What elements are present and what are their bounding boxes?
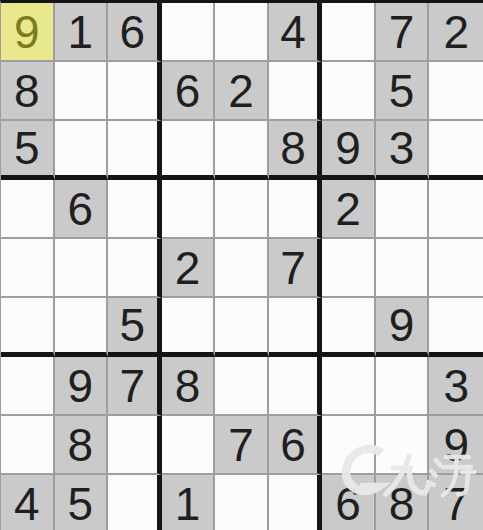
cell-r5c2[interactable]	[55, 239, 109, 298]
cell-r9c3[interactable]	[108, 475, 162, 530]
cell-r6c9[interactable]	[429, 298, 483, 357]
cell-r3c5[interactable]	[215, 121, 269, 180]
cell-r1c8[interactable]: 7	[376, 3, 430, 62]
cell-r3c6[interactable]: 8	[269, 121, 323, 180]
cell-r7c4[interactable]: 8	[162, 357, 216, 416]
cell-r2c2[interactable]	[55, 62, 109, 121]
cell-r7c8[interactable]	[376, 357, 430, 416]
cell-r7c5[interactable]	[215, 357, 269, 416]
cell-r2c3[interactable]	[108, 62, 162, 121]
cell-r9c6[interactable]	[269, 475, 323, 530]
cell-r2c4[interactable]: 6	[162, 62, 216, 121]
cell-r7c6[interactable]	[269, 357, 323, 416]
cell-r8c5[interactable]: 7	[215, 416, 269, 475]
cell-r2c7[interactable]	[322, 62, 376, 121]
cell-r6c1[interactable]	[1, 298, 55, 357]
cell-r3c9[interactable]	[429, 121, 483, 180]
cell-r3c7[interactable]: 9	[322, 121, 376, 180]
cell-r3c3[interactable]	[108, 121, 162, 180]
sudoku-app-screen: 九游 9164728625589362275997838769451687	[0, 0, 483, 530]
sudoku-board: 九游 9164728625589362275997838769451687	[0, 0, 483, 530]
cell-r8c2[interactable]: 8	[55, 416, 109, 475]
cell-r9c7[interactable]: 6	[322, 475, 376, 530]
cell-r6c5[interactable]	[215, 298, 269, 357]
cell-r6c4[interactable]	[162, 298, 216, 357]
cell-r8c6[interactable]: 6	[269, 416, 323, 475]
cell-r9c1[interactable]: 4	[1, 475, 55, 530]
cell-r5c5[interactable]	[215, 239, 269, 298]
cell-r9c5[interactable]	[215, 475, 269, 530]
cell-r4c9[interactable]	[429, 180, 483, 239]
cell-r5c3[interactable]	[108, 239, 162, 298]
cell-r5c7[interactable]	[322, 239, 376, 298]
cell-r1c5[interactable]	[215, 3, 269, 62]
cell-r6c7[interactable]	[322, 298, 376, 357]
cell-r8c3[interactable]	[108, 416, 162, 475]
cell-r1c6[interactable]: 4	[269, 3, 323, 62]
cell-r3c2[interactable]	[55, 121, 109, 180]
cell-r3c1[interactable]: 5	[1, 121, 55, 180]
cell-r9c4[interactable]: 1	[162, 475, 216, 530]
cell-r2c9[interactable]	[429, 62, 483, 121]
cell-r4c8[interactable]	[376, 180, 430, 239]
cell-r4c6[interactable]	[269, 180, 323, 239]
cell-r8c1[interactable]	[1, 416, 55, 475]
cell-r7c9[interactable]: 3	[429, 357, 483, 416]
cell-r5c1[interactable]	[1, 239, 55, 298]
cell-r4c5[interactable]	[215, 180, 269, 239]
cell-r4c2[interactable]: 6	[55, 180, 109, 239]
cell-r8c9[interactable]: 9	[429, 416, 483, 475]
cell-r5c6[interactable]: 7	[269, 239, 323, 298]
cell-r6c3[interactable]: 5	[108, 298, 162, 357]
cell-r9c2[interactable]: 5	[55, 475, 109, 530]
cell-r4c7[interactable]: 2	[322, 180, 376, 239]
cell-r8c4[interactable]	[162, 416, 216, 475]
cell-r1c9[interactable]: 2	[429, 3, 483, 62]
cell-r4c3[interactable]	[108, 180, 162, 239]
cell-r7c3[interactable]: 7	[108, 357, 162, 416]
cell-r3c4[interactable]	[162, 121, 216, 180]
cell-r9c9[interactable]: 7	[429, 475, 483, 530]
cell-r5c8[interactable]	[376, 239, 430, 298]
cell-r5c4[interactable]: 2	[162, 239, 216, 298]
cell-r4c1[interactable]	[1, 180, 55, 239]
cell-r3c8[interactable]: 3	[376, 121, 430, 180]
cell-r7c1[interactable]	[1, 357, 55, 416]
cell-r1c7[interactable]	[322, 3, 376, 62]
cell-r4c4[interactable]	[162, 180, 216, 239]
cell-r7c7[interactable]	[322, 357, 376, 416]
cell-r9c8[interactable]: 8	[376, 475, 430, 530]
cell-r1c2[interactable]: 1	[55, 3, 109, 62]
cell-r1c3[interactable]: 6	[108, 3, 162, 62]
cell-r8c8[interactable]	[376, 416, 430, 475]
cell-r7c2[interactable]: 9	[55, 357, 109, 416]
cell-r1c4[interactable]	[162, 3, 216, 62]
cell-r6c8[interactable]: 9	[376, 298, 430, 357]
cell-r5c9[interactable]	[429, 239, 483, 298]
cell-r2c6[interactable]	[269, 62, 323, 121]
cell-r2c5[interactable]: 2	[215, 62, 269, 121]
cell-r6c2[interactable]	[55, 298, 109, 357]
cell-r2c1[interactable]: 8	[1, 62, 55, 121]
cell-r1c1[interactable]: 9	[1, 3, 55, 62]
cell-r2c8[interactable]: 5	[376, 62, 430, 121]
cell-r6c6[interactable]	[269, 298, 323, 357]
cell-r8c7[interactable]	[322, 416, 376, 475]
